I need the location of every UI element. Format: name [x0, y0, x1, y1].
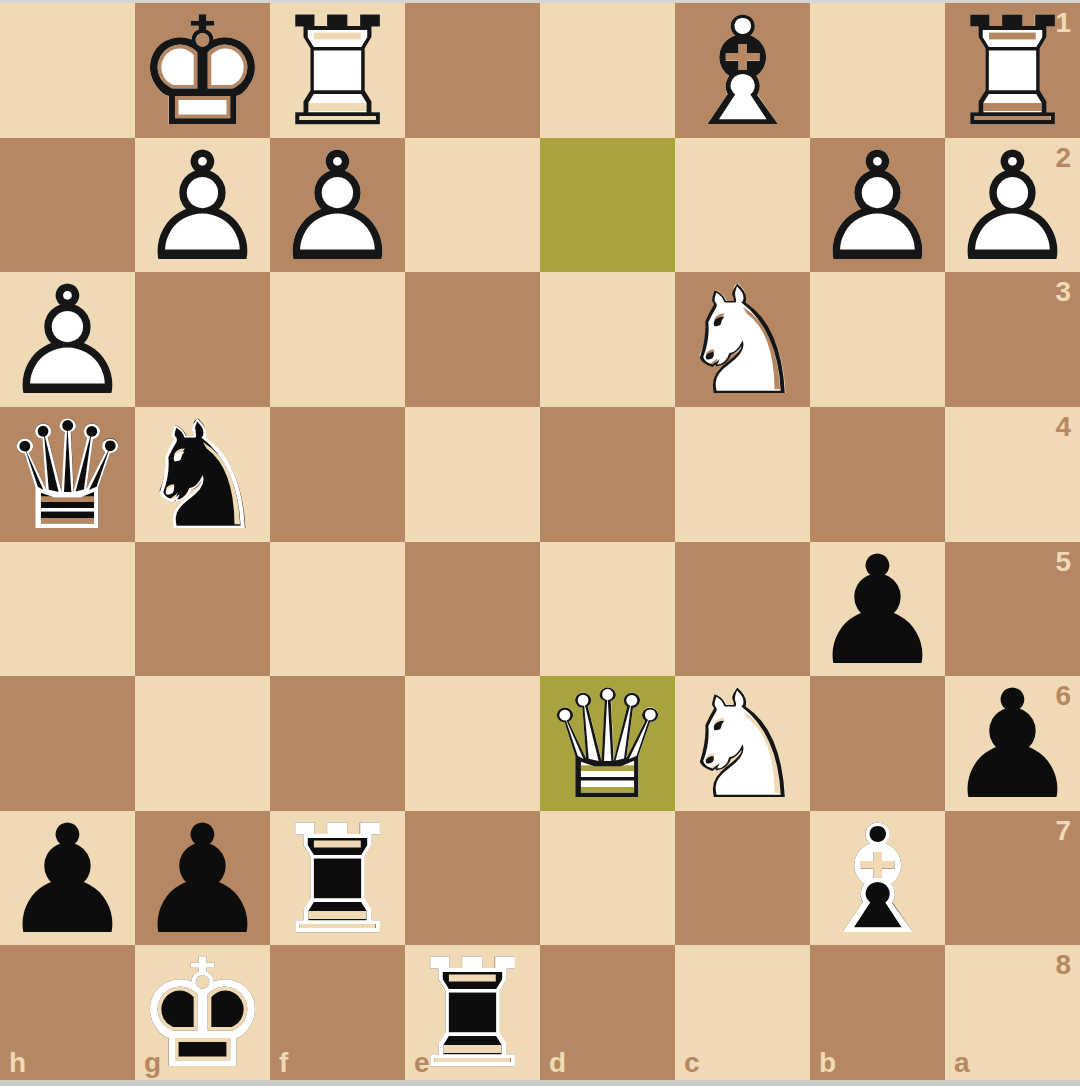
square-f2[interactable]: ♟♙ — [270, 138, 405, 273]
square-h4[interactable]: ♛♕ — [0, 407, 135, 542]
white-pawn-glyph-outline: ♙ — [270, 140, 405, 275]
square-h2[interactable] — [0, 138, 135, 273]
square-d8[interactable]: d — [540, 945, 675, 1080]
square-e5[interactable] — [405, 542, 540, 677]
white-pawn-glyph-fill: ♟ — [810, 140, 945, 275]
piece-black-queen[interactable]: ♛♕ — [0, 407, 135, 542]
black-knight-glyph-detail: ♘ — [135, 409, 270, 544]
square-e8[interactable]: ♜♖e — [405, 945, 540, 1080]
square-e2[interactable] — [405, 138, 540, 273]
white-pawn-glyph-outline: ♙ — [810, 140, 945, 275]
file-label-e: e — [414, 1049, 430, 1077]
black-pawn-glyph-fill: ♟ — [135, 813, 270, 948]
file-label-a: a — [954, 1049, 970, 1077]
square-g2[interactable]: ♟♙ — [135, 138, 270, 273]
piece-white-rook[interactable]: ♜♖ — [270, 3, 405, 138]
square-b7[interactable]: ♝♗ — [810, 811, 945, 946]
piece-white-pawn[interactable]: ♟♙ — [810, 138, 945, 273]
square-g8[interactable]: ♚♔g — [135, 945, 270, 1080]
square-a5[interactable]: 5 — [945, 542, 1080, 677]
piece-black-pawn[interactable]: ♟ — [0, 811, 135, 946]
square-g4[interactable]: ♞♘ — [135, 407, 270, 542]
piece-white-knight[interactable]: ♞♘ — [675, 272, 810, 407]
black-rook-glyph-fill: ♜ — [270, 813, 405, 948]
white-pawn-glyph-fill: ♟ — [135, 140, 270, 275]
white-pawn-glyph-outline: ♙ — [0, 274, 135, 409]
rank-label-4: 4 — [1055, 413, 1071, 441]
square-b2[interactable]: ♟♙ — [810, 138, 945, 273]
white-knight-glyph-outline: ♘ — [675, 678, 810, 813]
square-h8[interactable]: h — [0, 945, 135, 1080]
square-c5[interactable] — [675, 542, 810, 677]
rank-label-2: 2 — [1055, 144, 1071, 172]
file-label-g: g — [144, 1049, 161, 1077]
rank-label-5: 5 — [1055, 548, 1071, 576]
piece-white-bishop[interactable]: ♝♗ — [675, 3, 810, 138]
piece-white-pawn[interactable]: ♟♙ — [270, 138, 405, 273]
file-label-f: f — [279, 1049, 288, 1077]
file-label-d: d — [549, 1049, 566, 1077]
square-a3[interactable]: 3 — [945, 272, 1080, 407]
square-g3[interactable] — [135, 272, 270, 407]
square-f7[interactable]: ♜♖ — [270, 811, 405, 946]
white-rook-glyph-outline: ♖ — [270, 5, 405, 140]
white-pawn-glyph-fill: ♟ — [0, 274, 135, 409]
square-d6[interactable]: ♛♕ — [540, 676, 675, 811]
white-queen-glyph-outline: ♕ — [540, 678, 675, 813]
square-b6[interactable] — [810, 676, 945, 811]
square-f8[interactable]: f — [270, 945, 405, 1080]
square-a7[interactable]: 7 — [945, 811, 1080, 946]
square-a6[interactable]: ♟6 — [945, 676, 1080, 811]
square-c1[interactable]: ♝♗ — [675, 3, 810, 138]
rank-label-6: 6 — [1055, 682, 1071, 710]
square-b8[interactable]: b — [810, 945, 945, 1080]
piece-white-knight[interactable]: ♞♘ — [675, 676, 810, 811]
square-b1[interactable] — [810, 3, 945, 138]
piece-black-rook[interactable]: ♜♖ — [270, 811, 405, 946]
white-knight-glyph-fill: ♞ — [675, 274, 810, 409]
square-h6[interactable] — [0, 676, 135, 811]
square-e4[interactable] — [405, 407, 540, 542]
square-g7[interactable]: ♟ — [135, 811, 270, 946]
file-label-b: b — [819, 1049, 836, 1077]
square-a1[interactable]: ♜♖1 — [945, 3, 1080, 138]
rank-label-3: 3 — [1055, 278, 1071, 306]
black-pawn-glyph-fill: ♟ — [0, 813, 135, 948]
white-king-glyph-fill: ♚ — [135, 5, 270, 140]
square-c8[interactable]: c — [675, 945, 810, 1080]
file-label-h: h — [9, 1049, 26, 1077]
rank-label-8: 8 — [1055, 951, 1071, 979]
square-d3[interactable] — [540, 272, 675, 407]
square-b4[interactable] — [810, 407, 945, 542]
white-knight-glyph-outline: ♘ — [675, 274, 810, 409]
rank-label-1: 1 — [1055, 9, 1071, 37]
piece-white-queen[interactable]: ♛♕ — [540, 676, 675, 811]
square-a8[interactable]: 8a — [945, 945, 1080, 1080]
square-h3[interactable]: ♟♙ — [0, 272, 135, 407]
square-e3[interactable] — [405, 272, 540, 407]
white-bishop-glyph-fill: ♝ — [675, 5, 810, 140]
file-label-c: c — [684, 1049, 700, 1077]
piece-black-pawn[interactable]: ♟ — [135, 811, 270, 946]
square-d1[interactable] — [540, 3, 675, 138]
square-c4[interactable] — [675, 407, 810, 542]
square-b5[interactable]: ♟ — [810, 542, 945, 677]
black-bishop-glyph-fill: ♝ — [810, 813, 945, 948]
rank-label-7: 7 — [1055, 817, 1071, 845]
black-pawn-glyph-fill: ♟ — [810, 544, 945, 679]
square-g1[interactable]: ♚♔ — [135, 3, 270, 138]
square-f3[interactable] — [270, 272, 405, 407]
piece-white-king[interactable]: ♚♔ — [135, 3, 270, 138]
square-f4[interactable] — [270, 407, 405, 542]
square-c6[interactable]: ♞♘ — [675, 676, 810, 811]
black-bishop-glyph-detail: ♗ — [810, 813, 945, 948]
square-d5[interactable] — [540, 542, 675, 677]
white-pawn-glyph-outline: ♙ — [135, 140, 270, 275]
square-e7[interactable] — [405, 811, 540, 946]
white-rook-glyph-fill: ♜ — [270, 5, 405, 140]
square-g5[interactable] — [135, 542, 270, 677]
black-queen-glyph-fill: ♛ — [0, 409, 135, 544]
white-queen-glyph-fill: ♛ — [540, 678, 675, 813]
square-h1[interactable] — [0, 3, 135, 138]
white-king-glyph-outline: ♔ — [135, 5, 270, 140]
square-f1[interactable]: ♜♖ — [270, 3, 405, 138]
square-d7[interactable] — [540, 811, 675, 946]
white-pawn-glyph-fill: ♟ — [270, 140, 405, 275]
piece-black-bishop[interactable]: ♝♗ — [810, 811, 945, 946]
square-h7[interactable]: ♟ — [0, 811, 135, 946]
piece-white-pawn[interactable]: ♟♙ — [0, 272, 135, 407]
square-f5[interactable] — [270, 542, 405, 677]
square-e1[interactable] — [405, 3, 540, 138]
square-c3[interactable]: ♞♘ — [675, 272, 810, 407]
square-b3[interactable] — [810, 272, 945, 407]
square-d4[interactable] — [540, 407, 675, 542]
square-d2[interactable] — [540, 138, 675, 273]
square-c7[interactable] — [675, 811, 810, 946]
square-a4[interactable]: 4 — [945, 407, 1080, 542]
square-c2[interactable] — [675, 138, 810, 273]
square-f6[interactable] — [270, 676, 405, 811]
square-e6[interactable] — [405, 676, 540, 811]
square-h5[interactable] — [0, 542, 135, 677]
piece-black-pawn[interactable]: ♟ — [810, 542, 945, 677]
piece-white-pawn[interactable]: ♟♙ — [135, 138, 270, 273]
black-knight-glyph-fill: ♞ — [135, 409, 270, 544]
chess-board: ♚♔♜♖♝♗♜♖1♟♙♟♙♟♙♟♙2♟♙♞♘3♛♕♞♘4♟5♛♕♞♘♟6♟♟♜♖… — [0, 3, 1080, 1080]
square-g6[interactable] — [135, 676, 270, 811]
white-bishop-glyph-outline: ♗ — [675, 5, 810, 140]
square-a2[interactable]: ♟♙2 — [945, 138, 1080, 273]
white-knight-glyph-fill: ♞ — [675, 678, 810, 813]
black-rook-glyph-detail: ♖ — [270, 813, 405, 948]
black-queen-glyph-detail: ♕ — [0, 409, 135, 544]
piece-black-knight[interactable]: ♞♘ — [135, 407, 270, 542]
